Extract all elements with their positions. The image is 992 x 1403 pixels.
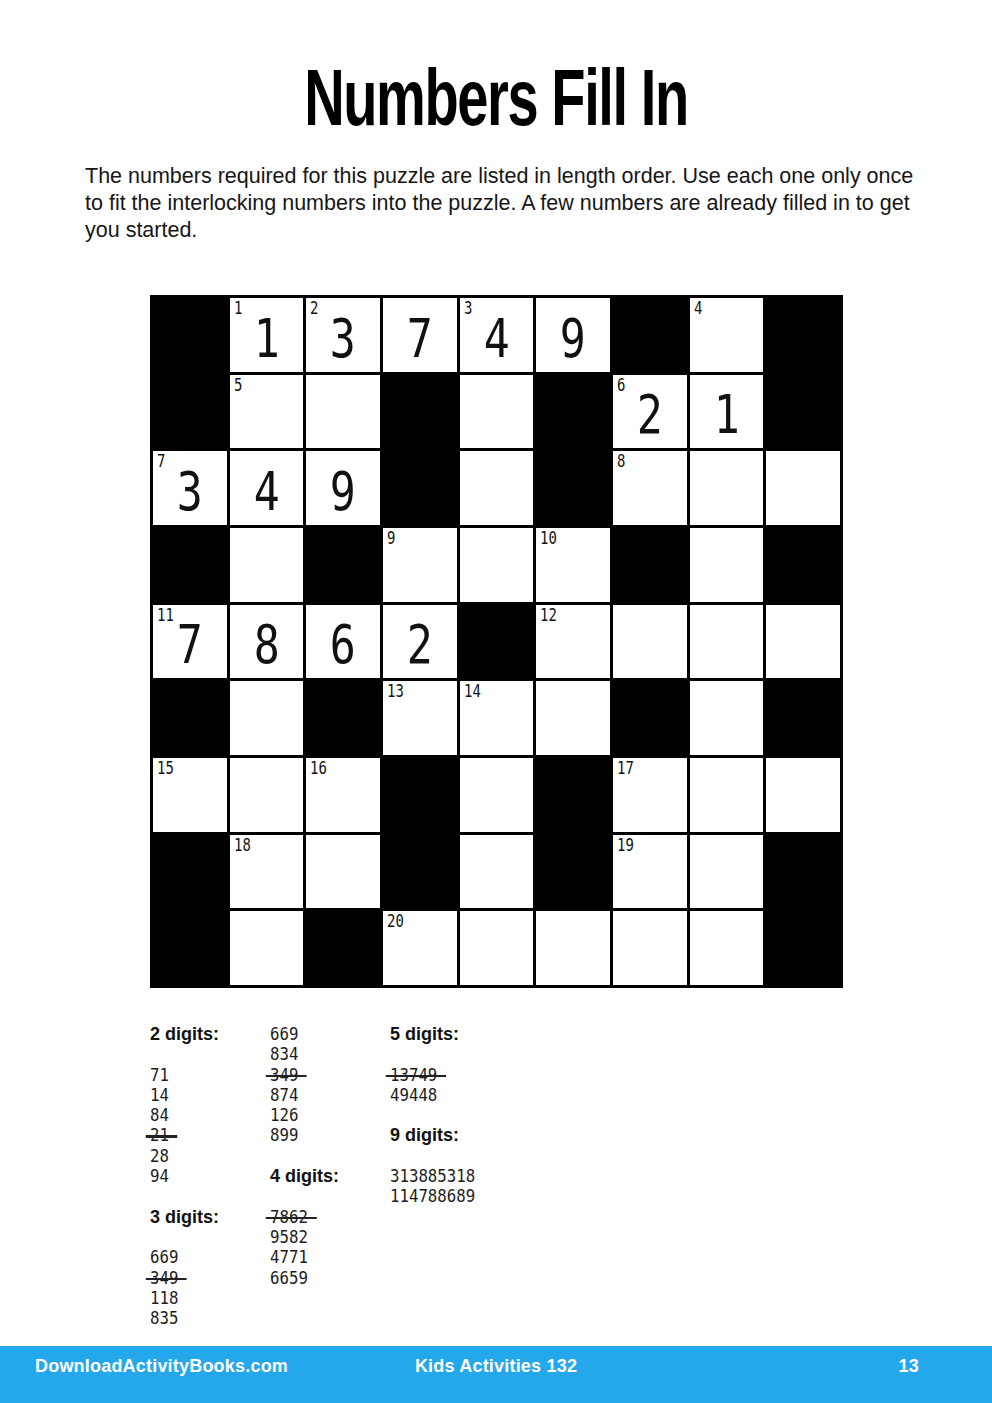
list-spacer [390, 1105, 550, 1125]
grid-cell[interactable]: 34 [460, 298, 534, 372]
grid-cell[interactable] [613, 605, 687, 679]
number-entry: 4771 [270, 1247, 308, 1267]
grid-cell[interactable] [460, 911, 534, 985]
filled-digit: 9 [544, 298, 603, 372]
list-item: 313885318 [390, 1166, 550, 1186]
number-entry: 669 [150, 1247, 178, 1267]
black-cell [536, 451, 610, 525]
grid-cell[interactable]: 17 [613, 758, 687, 832]
filled-digit: 1 [237, 298, 296, 372]
footer-book-title: Kids Activities 132 [0, 1355, 992, 1377]
black-cell [766, 528, 840, 602]
grid-cell[interactable] [690, 528, 764, 602]
filled-digit: 3 [160, 451, 219, 525]
clue-number: 10 [540, 529, 557, 548]
number-entry: 118 [150, 1288, 178, 1308]
grid-cell[interactable]: 4 [690, 298, 764, 372]
grid-cell[interactable]: 8 [230, 605, 304, 679]
filled-digit: 4 [237, 451, 296, 525]
number-entry: 9582 [270, 1227, 308, 1247]
list-heading: 9 digits: [390, 1125, 550, 1145]
number-entry-struck: 21 [150, 1125, 169, 1145]
black-cell [153, 681, 227, 755]
black-cell [153, 528, 227, 602]
grid-cell[interactable] [230, 758, 304, 832]
grid-cell[interactable] [230, 681, 304, 755]
number-entry: 899 [270, 1125, 298, 1145]
grid-cell[interactable]: 11 [230, 298, 304, 372]
list-item: 7862 [270, 1207, 430, 1227]
footer-page-number: 13 [899, 1355, 919, 1377]
number-entry-struck: 7862 [270, 1207, 308, 1227]
black-cell [153, 375, 227, 449]
list-spacer [390, 1146, 550, 1166]
black-cell [613, 681, 687, 755]
footer-bar: DownloadActivityBooks.com Kids Activitie… [0, 1346, 992, 1403]
grid-cell[interactable]: 14 [460, 681, 534, 755]
list-item: 13749 [390, 1065, 550, 1085]
clue-number: 12 [540, 606, 557, 625]
number-entry: 313885318 [390, 1166, 475, 1186]
number-entry: 71 [150, 1065, 169, 1085]
number-entry: 94 [150, 1166, 169, 1186]
puzzle-grid: 1123734945621734989101178621213141516171… [150, 295, 843, 988]
grid-cell[interactable]: 2 [383, 605, 457, 679]
grid-cell[interactable] [690, 758, 764, 832]
filled-digit: 3 [314, 298, 373, 372]
filled-digit: 8 [237, 605, 296, 679]
black-cell [766, 375, 840, 449]
number-entry: 126 [270, 1105, 298, 1125]
number-entry: 114788689 [390, 1186, 475, 1206]
number-entry: 84 [150, 1105, 169, 1125]
filled-digit: 2 [620, 375, 679, 449]
filled-digit: 2 [390, 605, 449, 679]
clue-number: 9 [387, 529, 395, 548]
page-title: Numbers Fill In [149, 56, 843, 140]
number-entry: 834 [270, 1044, 298, 1064]
clue-number: 5 [234, 376, 242, 395]
grid-cell[interactable] [460, 758, 534, 832]
black-cell [766, 835, 840, 909]
black-cell [536, 835, 610, 909]
grid-cell[interactable] [460, 528, 534, 602]
clue-number: 15 [157, 759, 174, 778]
grid-cell[interactable]: 23 [306, 298, 380, 372]
grid-cell[interactable] [306, 835, 380, 909]
number-entry: 835 [150, 1308, 178, 1328]
black-cell [613, 298, 687, 372]
grid-cell[interactable] [766, 451, 840, 525]
grid-cell[interactable] [766, 758, 840, 832]
number-entry: 14 [150, 1085, 169, 1105]
grid-cell[interactable] [460, 451, 534, 525]
grid-cell[interactable]: 19 [613, 835, 687, 909]
grid-cell[interactable]: 16 [306, 758, 380, 832]
black-cell [153, 911, 227, 985]
grid-cell[interactable] [690, 605, 764, 679]
list-item: 114788689 [390, 1186, 550, 1206]
number-entry: 669 [270, 1024, 298, 1044]
grid-cell[interactable] [690, 911, 764, 985]
black-cell [306, 681, 380, 755]
grid-cell[interactable]: 5 [230, 375, 304, 449]
grid-cell[interactable] [306, 375, 380, 449]
black-cell [383, 835, 457, 909]
grid-cell[interactable]: 62 [613, 375, 687, 449]
black-cell [153, 298, 227, 372]
clue-number: 8 [617, 452, 625, 471]
clue-number: 4 [694, 299, 702, 318]
black-cell [536, 758, 610, 832]
black-cell [306, 911, 380, 985]
black-cell [383, 758, 457, 832]
grid-cell[interactable]: 1 [690, 375, 764, 449]
instructions-text: The numbers required for this puzzle are… [85, 163, 917, 244]
filled-digit: 7 [390, 298, 449, 372]
grid-cell[interactable]: 117 [153, 605, 227, 679]
clue-number: 13 [387, 682, 404, 701]
grid-cell[interactable] [690, 681, 764, 755]
grid-cell[interactable]: 18 [230, 835, 304, 909]
grid-cell[interactable]: 9 [536, 298, 610, 372]
grid-cell[interactable]: 20 [383, 911, 457, 985]
clue-number: 17 [617, 759, 634, 778]
black-cell [613, 528, 687, 602]
clue-number: 14 [464, 682, 481, 701]
black-cell [766, 911, 840, 985]
list-item: 49448 [390, 1085, 550, 1105]
filled-digit: 6 [314, 605, 373, 679]
black-cell [536, 375, 610, 449]
number-list-column-3: 5 digits:13749494489 digits:313885318114… [390, 1024, 550, 1207]
clue-number: 18 [234, 836, 251, 855]
grid-cell[interactable] [460, 375, 534, 449]
grid-cell[interactable]: 4 [230, 451, 304, 525]
grid-cell[interactable] [613, 911, 687, 985]
grid-cell[interactable]: 15 [153, 758, 227, 832]
filled-digit: 9 [314, 451, 373, 525]
clue-number: 19 [617, 836, 634, 855]
number-entry-struck: 349 [270, 1065, 298, 1085]
black-cell [460, 605, 534, 679]
clue-number: 16 [310, 759, 327, 778]
grid-cell[interactable]: 6 [306, 605, 380, 679]
list-spacer [390, 1044, 550, 1064]
grid-cell[interactable] [766, 605, 840, 679]
number-entry: 28 [150, 1146, 169, 1166]
clue-number: 20 [387, 912, 404, 931]
list-item: 6659 [270, 1268, 430, 1288]
grid-cell[interactable]: 7 [383, 298, 457, 372]
number-entry-struck: 13749 [390, 1065, 437, 1085]
grid-cell[interactable]: 8 [613, 451, 687, 525]
grid-cell[interactable] [536, 681, 610, 755]
list-item: 9582 [270, 1227, 430, 1247]
black-cell [383, 375, 457, 449]
black-cell [306, 528, 380, 602]
grid-cell[interactable]: 12 [536, 605, 610, 679]
grid-cell[interactable] [536, 911, 610, 985]
grid-cell[interactable] [230, 911, 304, 985]
black-cell [383, 451, 457, 525]
filled-digit: 4 [467, 298, 526, 372]
number-entry: 49448 [390, 1085, 437, 1105]
grid-cell[interactable] [460, 835, 534, 909]
grid-cell[interactable]: 9 [306, 451, 380, 525]
grid-cell[interactable]: 9 [383, 528, 457, 602]
list-item: 118 [150, 1288, 310, 1308]
black-cell [766, 681, 840, 755]
grid-cell[interactable]: 73 [153, 451, 227, 525]
list-item: 4771 [270, 1247, 430, 1267]
grid-cell[interactable] [690, 835, 764, 909]
list-heading: 5 digits: [390, 1024, 550, 1044]
grid-cell[interactable]: 13 [383, 681, 457, 755]
number-entry: 874 [270, 1085, 298, 1105]
filled-digit: 7 [160, 605, 219, 679]
filled-digit: 1 [697, 375, 756, 449]
grid-cell[interactable]: 10 [536, 528, 610, 602]
black-cell [153, 835, 227, 909]
grid-cell[interactable] [690, 451, 764, 525]
number-entry-struck: 349 [150, 1268, 178, 1288]
number-entry: 6659 [270, 1268, 308, 1288]
list-item: 835 [150, 1308, 310, 1328]
grid-cell[interactable] [230, 528, 304, 602]
black-cell [766, 298, 840, 372]
